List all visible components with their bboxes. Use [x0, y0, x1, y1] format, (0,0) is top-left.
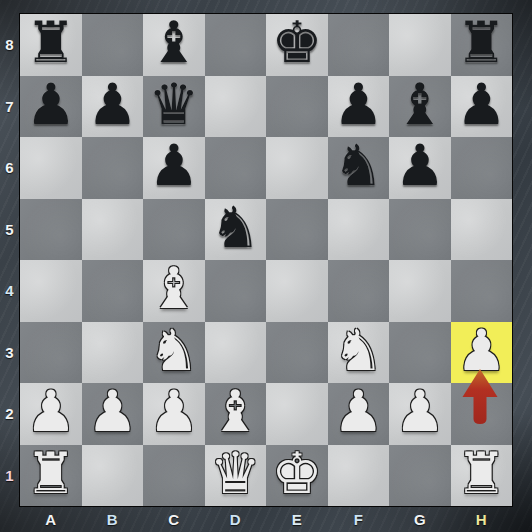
square-a3[interactable] — [20, 322, 82, 384]
square-g2[interactable]: ♟ — [389, 383, 451, 445]
square-e7[interactable] — [266, 76, 328, 138]
square-a7[interactable]: ♟ — [20, 76, 82, 138]
piece-black-pawn-h7[interactable]: ♟ — [456, 74, 507, 136]
square-g8[interactable] — [389, 14, 451, 76]
square-b7[interactable]: ♟ — [82, 76, 144, 138]
square-d3[interactable] — [205, 322, 267, 384]
square-d4[interactable] — [205, 260, 267, 322]
piece-white-pawn-f2[interactable]: ♟ — [333, 381, 384, 443]
piece-white-pawn-h3[interactable]: ♟ — [456, 320, 507, 382]
file-label-H: H — [451, 506, 513, 532]
square-a2[interactable]: ♟ — [20, 383, 82, 445]
square-d6[interactable] — [205, 137, 267, 199]
file-label-D: D — [205, 506, 267, 532]
square-e5[interactable] — [266, 199, 328, 261]
square-h4[interactable] — [451, 260, 513, 322]
square-b4[interactable] — [82, 260, 144, 322]
square-e1[interactable]: ♚ — [266, 445, 328, 507]
rank-label-1: 1 — [0, 445, 19, 507]
rank-label-7: 7 — [0, 76, 19, 138]
square-h7[interactable]: ♟ — [451, 76, 513, 138]
square-d2[interactable]: ♝ — [205, 383, 267, 445]
square-f8[interactable] — [328, 14, 390, 76]
square-f2[interactable]: ♟ — [328, 383, 390, 445]
piece-white-rook-h1[interactable]: ♜ — [456, 443, 507, 505]
square-f1[interactable] — [328, 445, 390, 507]
square-f4[interactable] — [328, 260, 390, 322]
piece-white-knight-c3[interactable]: ♞ — [148, 320, 199, 382]
rank-label-8: 8 — [0, 14, 19, 76]
chess-board: ♜♝♚♜♟♟♛♟♝♟♟♞♟♞♝♞♞♟♟♟♟♝♟♟♜♛♚♜ — [19, 13, 513, 507]
piece-black-pawn-c6[interactable]: ♟ — [148, 135, 199, 197]
square-a8[interactable]: ♜ — [20, 14, 82, 76]
square-c4[interactable]: ♝ — [143, 260, 205, 322]
rank-label-6: 6 — [0, 137, 19, 199]
square-c8[interactable]: ♝ — [143, 14, 205, 76]
file-label-E: E — [266, 506, 328, 532]
square-c7[interactable]: ♛ — [143, 76, 205, 138]
piece-black-pawn-b7[interactable]: ♟ — [87, 74, 138, 136]
piece-black-queen-c7[interactable]: ♛ — [148, 74, 199, 136]
square-c2[interactable]: ♟ — [143, 383, 205, 445]
rank-label-5: 5 — [0, 199, 19, 261]
file-label-F: F — [328, 506, 390, 532]
square-c1[interactable] — [143, 445, 205, 507]
square-g1[interactable] — [389, 445, 451, 507]
piece-black-rook-a8[interactable]: ♜ — [25, 12, 76, 74]
rank-label-3: 3 — [0, 322, 19, 384]
rank-labels: 87654321 — [0, 14, 19, 506]
piece-black-pawn-a7[interactable]: ♟ — [25, 74, 76, 136]
square-d8[interactable] — [205, 14, 267, 76]
piece-black-knight-f6[interactable]: ♞ — [333, 135, 384, 197]
square-h2[interactable] — [451, 383, 513, 445]
square-e4[interactable] — [266, 260, 328, 322]
square-e2[interactable] — [266, 383, 328, 445]
square-g4[interactable] — [389, 260, 451, 322]
square-g6[interactable]: ♟ — [389, 137, 451, 199]
square-c3[interactable]: ♞ — [143, 322, 205, 384]
piece-black-pawn-f7[interactable]: ♟ — [333, 74, 384, 136]
piece-white-knight-f3[interactable]: ♞ — [333, 320, 384, 382]
square-f6[interactable]: ♞ — [328, 137, 390, 199]
square-h5[interactable] — [451, 199, 513, 261]
piece-white-pawn-b2[interactable]: ♟ — [87, 381, 138, 443]
square-f3[interactable]: ♞ — [328, 322, 390, 384]
piece-white-queen-d1[interactable]: ♛ — [210, 443, 261, 505]
square-e3[interactable] — [266, 322, 328, 384]
square-b5[interactable] — [82, 199, 144, 261]
chess-app-window: 87654321 ♜♝♚♜♟♟♛♟♝♟♟♞♟♞♝♞♞♟♟♟♟♝♟♟♜♛♚♜ AB… — [0, 0, 532, 532]
file-label-C: C — [143, 506, 205, 532]
square-d1[interactable]: ♛ — [205, 445, 267, 507]
piece-white-bishop-c4[interactable]: ♝ — [148, 258, 199, 320]
piece-black-rook-h8[interactable]: ♜ — [456, 12, 507, 74]
square-c6[interactable]: ♟ — [143, 137, 205, 199]
square-b6[interactable] — [82, 137, 144, 199]
piece-black-pawn-g6[interactable]: ♟ — [394, 135, 445, 197]
piece-black-knight-d5[interactable]: ♞ — [210, 197, 261, 259]
piece-white-pawn-a2[interactable]: ♟ — [25, 381, 76, 443]
square-b1[interactable] — [82, 445, 144, 507]
file-label-B: B — [82, 506, 144, 532]
square-e8[interactable]: ♚ — [266, 14, 328, 76]
square-a5[interactable] — [20, 199, 82, 261]
piece-white-rook-a1[interactable]: ♜ — [25, 443, 76, 505]
piece-white-bishop-d2[interactable]: ♝ — [210, 381, 261, 443]
square-g5[interactable] — [389, 199, 451, 261]
square-a1[interactable]: ♜ — [20, 445, 82, 507]
square-b2[interactable]: ♟ — [82, 383, 144, 445]
square-b3[interactable] — [82, 322, 144, 384]
file-label-G: G — [389, 506, 451, 532]
square-b8[interactable] — [82, 14, 144, 76]
square-e6[interactable] — [266, 137, 328, 199]
square-f7[interactable]: ♟ — [328, 76, 390, 138]
square-h1[interactable]: ♜ — [451, 445, 513, 507]
square-f5[interactable] — [328, 199, 390, 261]
file-label-A: A — [20, 506, 82, 532]
square-c5[interactable] — [143, 199, 205, 261]
square-d5[interactable]: ♞ — [205, 199, 267, 261]
rank-label-4: 4 — [0, 260, 19, 322]
piece-black-bishop-c8[interactable]: ♝ — [148, 12, 199, 74]
piece-white-pawn-c2[interactable]: ♟ — [148, 381, 199, 443]
piece-black-bishop-g7[interactable]: ♝ — [394, 74, 445, 136]
piece-black-king-e8[interactable]: ♚ — [271, 12, 322, 74]
piece-white-king-e1[interactable]: ♚ — [271, 443, 322, 505]
square-a6[interactable] — [20, 137, 82, 199]
square-h6[interactable] — [451, 137, 513, 199]
square-g7[interactable]: ♝ — [389, 76, 451, 138]
rank-label-2: 2 — [0, 383, 19, 445]
square-a4[interactable] — [20, 260, 82, 322]
square-h3[interactable]: ♟ — [451, 322, 513, 384]
piece-white-pawn-g2[interactable]: ♟ — [394, 381, 445, 443]
square-h8[interactable]: ♜ — [451, 14, 513, 76]
square-g3[interactable] — [389, 322, 451, 384]
square-d7[interactable] — [205, 76, 267, 138]
file-labels: ABCDEFGH — [20, 506, 512, 532]
